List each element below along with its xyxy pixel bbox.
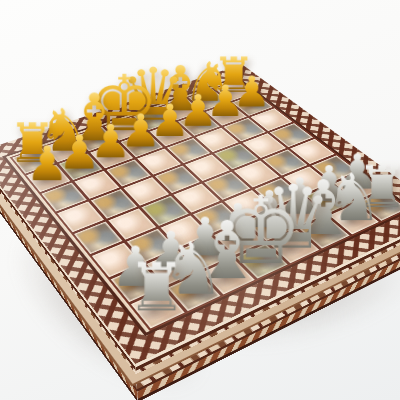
chess-set-photo-scene: ♜♞♝♚♛♝♞♜♟♟♟♟♟♟♟♟♟♟♟♟♟♟♟♟♜♞♝♚♛♝♞♜ — [0, 0, 400, 400]
chess-piece-glyph: ♜ — [53, 254, 259, 321]
